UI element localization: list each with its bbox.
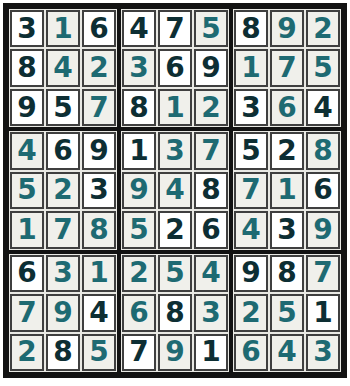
cell-r4c1[interactable]: 4	[10, 132, 44, 169]
cell-r6c2[interactable]: 7	[46, 211, 80, 248]
cell-r8c4[interactable]: 6	[122, 294, 156, 331]
cell-r7c9[interactable]: 7	[306, 255, 340, 292]
cell-r8c9[interactable]: 1	[306, 294, 340, 331]
cell-r3c3[interactable]: 7	[82, 89, 116, 126]
cell-r1c7[interactable]: 8	[234, 10, 268, 47]
cell-r5c4[interactable]: 9	[122, 172, 156, 209]
box-3: 892175364	[231, 7, 343, 129]
cell-r7c5[interactable]: 5	[158, 255, 192, 292]
cell-r7c2[interactable]: 3	[46, 255, 80, 292]
cell-r5c8[interactable]: 1	[270, 172, 304, 209]
box-2: 475369812	[119, 7, 231, 129]
cell-r4c6[interactable]: 7	[194, 132, 228, 169]
cell-r2c3[interactable]: 2	[82, 49, 116, 86]
box-4: 469523178	[7, 129, 119, 251]
cell-r6c3[interactable]: 8	[82, 211, 116, 248]
cell-r9c4[interactable]: 7	[122, 334, 156, 371]
cell-r5c1[interactable]: 5	[10, 172, 44, 209]
cell-r4c4[interactable]: 1	[122, 132, 156, 169]
cell-r7c3[interactable]: 1	[82, 255, 116, 292]
cell-r5c3[interactable]: 3	[82, 172, 116, 209]
cell-r1c1[interactable]: 3	[10, 10, 44, 47]
cell-r1c4[interactable]: 4	[122, 10, 156, 47]
cell-r2c5[interactable]: 6	[158, 49, 192, 86]
cell-r3c2[interactable]: 5	[46, 89, 80, 126]
box-1: 316842957	[7, 7, 119, 129]
cell-r2c4[interactable]: 3	[122, 49, 156, 86]
box-7: 631794285	[7, 252, 119, 374]
cell-r8c6[interactable]: 3	[194, 294, 228, 331]
cell-r2c2[interactable]: 4	[46, 49, 80, 86]
cell-r8c3[interactable]: 4	[82, 294, 116, 331]
cell-r6c1[interactable]: 1	[10, 211, 44, 248]
cell-r1c8[interactable]: 9	[270, 10, 304, 47]
cell-r4c5[interactable]: 3	[158, 132, 192, 169]
cell-r9c8[interactable]: 4	[270, 334, 304, 371]
cell-r9c9[interactable]: 3	[306, 334, 340, 371]
cell-r8c2[interactable]: 9	[46, 294, 80, 331]
cell-r2c8[interactable]: 7	[270, 49, 304, 86]
box-8: 254683791	[119, 252, 231, 374]
cell-r6c5[interactable]: 2	[158, 211, 192, 248]
cell-r5c5[interactable]: 4	[158, 172, 192, 209]
cell-r9c2[interactable]: 8	[46, 334, 80, 371]
cell-r3c8[interactable]: 6	[270, 89, 304, 126]
cell-r2c6[interactable]: 9	[194, 49, 228, 86]
box-9: 987251643	[231, 252, 343, 374]
cell-r6c6[interactable]: 6	[194, 211, 228, 248]
cell-r5c9[interactable]: 6	[306, 172, 340, 209]
cell-r1c3[interactable]: 6	[82, 10, 116, 47]
cell-r2c1[interactable]: 8	[10, 49, 44, 86]
sudoku-board: 3168429574753698128921753644695231781379…	[3, 3, 347, 378]
cell-r7c4[interactable]: 2	[122, 255, 156, 292]
cell-r4c9[interactable]: 8	[306, 132, 340, 169]
cell-r8c5[interactable]: 8	[158, 294, 192, 331]
cell-r9c7[interactable]: 6	[234, 334, 268, 371]
cell-r1c6[interactable]: 5	[194, 10, 228, 47]
cell-r8c1[interactable]: 7	[10, 294, 44, 331]
cell-r9c5[interactable]: 9	[158, 334, 192, 371]
cell-r8c7[interactable]: 2	[234, 294, 268, 331]
cell-r3c7[interactable]: 3	[234, 89, 268, 126]
cell-r8c8[interactable]: 5	[270, 294, 304, 331]
cell-r1c9[interactable]: 2	[306, 10, 340, 47]
page: 3168429574753698128921753644695231781379…	[0, 0, 350, 386]
cell-r1c2[interactable]: 1	[46, 10, 80, 47]
cell-r5c2[interactable]: 2	[46, 172, 80, 209]
cell-r6c8[interactable]: 3	[270, 211, 304, 248]
cell-r7c1[interactable]: 6	[10, 255, 44, 292]
box-5: 137948526	[119, 129, 231, 251]
box-6: 528716439	[231, 129, 343, 251]
cell-r6c4[interactable]: 5	[122, 211, 156, 248]
cell-r3c4[interactable]: 8	[122, 89, 156, 126]
cell-r7c7[interactable]: 9	[234, 255, 268, 292]
cell-r9c1[interactable]: 2	[10, 334, 44, 371]
cell-r4c2[interactable]: 6	[46, 132, 80, 169]
cell-r7c8[interactable]: 8	[270, 255, 304, 292]
cell-r9c3[interactable]: 5	[82, 334, 116, 371]
cell-r5c6[interactable]: 8	[194, 172, 228, 209]
cell-r2c7[interactable]: 1	[234, 49, 268, 86]
cell-r3c1[interactable]: 9	[10, 89, 44, 126]
cell-r3c6[interactable]: 2	[194, 89, 228, 126]
cell-r4c3[interactable]: 9	[82, 132, 116, 169]
cell-r2c9[interactable]: 5	[306, 49, 340, 86]
cell-r3c9[interactable]: 4	[306, 89, 340, 126]
cell-r9c6[interactable]: 1	[194, 334, 228, 371]
cell-r4c8[interactable]: 2	[270, 132, 304, 169]
cell-r6c7[interactable]: 4	[234, 211, 268, 248]
cell-r6c9[interactable]: 9	[306, 211, 340, 248]
cell-r1c5[interactable]: 7	[158, 10, 192, 47]
cell-r7c6[interactable]: 4	[194, 255, 228, 292]
cell-r3c5[interactable]: 1	[158, 89, 192, 126]
cell-r4c7[interactable]: 5	[234, 132, 268, 169]
cell-r5c7[interactable]: 7	[234, 172, 268, 209]
